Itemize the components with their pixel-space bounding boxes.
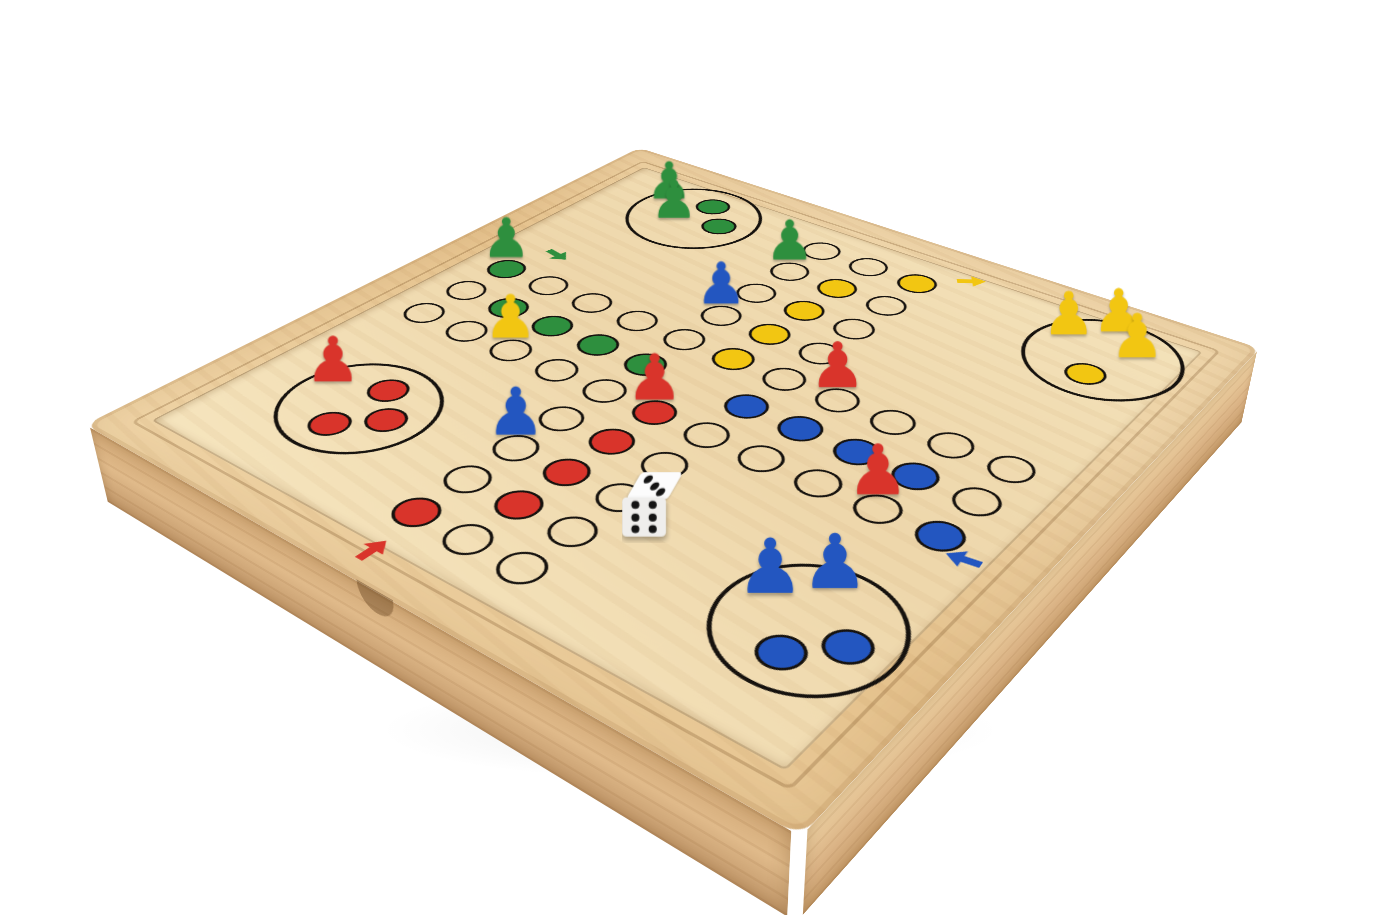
die-pip — [631, 501, 639, 509]
die-pip — [631, 513, 639, 521]
die[interactable] — [622, 472, 682, 539]
blue-pawn-home-E-glyph: ♟ — [797, 523, 873, 601]
die-pip — [654, 488, 667, 496]
red-pawn-9-4-glyph: ♟ — [843, 435, 913, 507]
die-pip — [649, 513, 657, 521]
red-pawn-5-4-glyph: ♟ — [623, 345, 687, 411]
die-pip — [642, 475, 655, 483]
blue-pawn-home-N-glyph: ♟ — [732, 528, 808, 606]
red-pawn-9-4[interactable]: ♟ — [843, 435, 913, 509]
red-pawn-7-6-glyph: ♟ — [806, 333, 869, 398]
die-front-face — [622, 497, 666, 536]
product-photo-stage: ♟♟♟♟♟♟♟♟♟♟♟♟♟♟♟♟ — [0, 0, 1384, 915]
scene: ♟♟♟♟♟♟♟♟♟♟♟♟♟♟♟♟ — [0, 0, 1384, 915]
blue-pawn-4-2-glyph: ♟ — [483, 378, 549, 446]
die-pip — [631, 524, 639, 532]
blue-pawn-home-E[interactable]: ♟ — [797, 523, 873, 603]
red-pawn-home-N-glyph: ♟ — [302, 327, 365, 392]
red-pawn-5-4[interactable]: ♟ — [623, 345, 687, 413]
ludo-board: ♟♟♟♟♟♟♟♟♟♟♟♟♟♟♟♟ — [85, 148, 1260, 837]
red-pawn-home-N[interactable]: ♟ — [302, 327, 365, 394]
blue-pawn-home-N[interactable]: ♟ — [732, 528, 808, 609]
red-pawn-7-6[interactable]: ♟ — [806, 333, 869, 400]
die-pip — [649, 501, 657, 509]
die-top-face — [626, 472, 684, 500]
blue-pawn-4-2[interactable]: ♟ — [483, 378, 549, 448]
die-pip — [649, 524, 657, 532]
